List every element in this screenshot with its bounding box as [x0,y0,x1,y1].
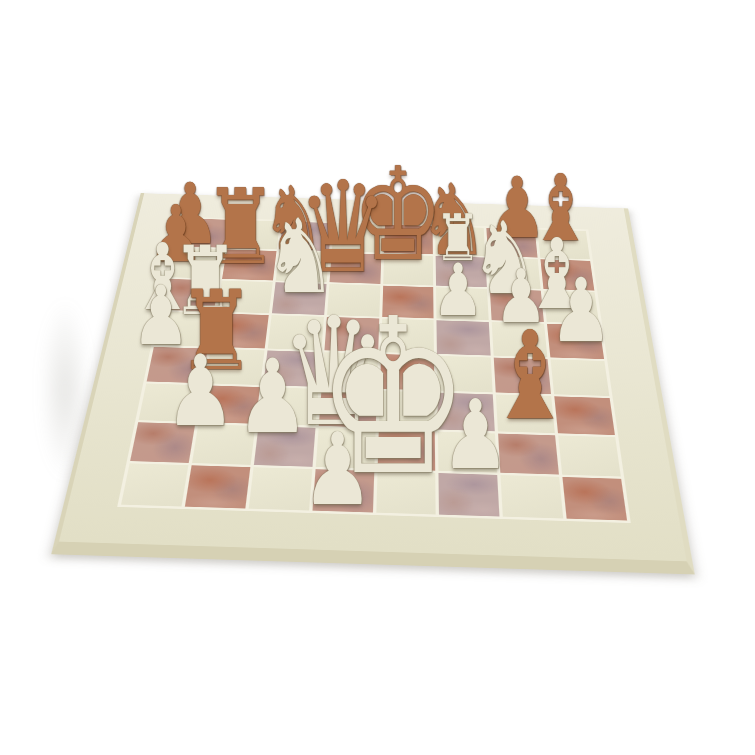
square-a5 [154,312,213,346]
square-h4 [551,359,610,396]
chess-board [51,193,695,574]
square-c4 [263,350,321,386]
square-c2 [254,426,315,467]
square-a6 [161,279,218,312]
square-c1 [248,467,312,510]
square-h5 [547,324,604,359]
square-g6 [490,289,544,322]
square-h2 [558,435,620,476]
square-f8 [436,226,486,256]
square-f4 [437,355,493,392]
square-b6 [217,281,273,314]
square-e6 [382,286,434,319]
square-d6 [327,284,380,317]
square-g4 [494,357,551,394]
square-b7 [222,250,276,281]
square-c8 [279,221,331,251]
square-d1 [312,469,374,512]
product-photo: ♟♝♟♞♞♚♜♟♜♛♞♞♝♝♜♟♟♟♟♜♝♛♟♟♚♟♟ [0,0,755,755]
square-c5 [267,315,323,350]
square-f5 [437,321,491,356]
square-g8 [487,228,538,258]
square-b5 [211,314,269,349]
square-b4 [205,348,264,384]
square-a2 [130,422,195,463]
square-d3 [318,389,376,428]
square-a8 [175,218,229,248]
square-h8 [538,229,590,259]
square-h3 [554,396,615,435]
square-e5 [381,319,435,354]
square-d8 [331,223,381,253]
chess-board-wrap [51,193,695,574]
square-f7 [436,256,487,287]
square-e1 [376,471,436,514]
square-h1 [563,477,628,521]
square-c7 [276,251,329,282]
square-d2 [315,428,375,469]
square-a4 [147,347,208,383]
square-c6 [272,282,327,315]
square-d4 [321,352,377,389]
square-g5 [492,322,547,357]
board-grid [117,217,631,523]
square-f6 [436,287,489,320]
square-g1 [501,475,564,519]
square-c3 [259,387,319,426]
square-b8 [227,220,280,250]
square-e7 [383,254,434,285]
square-f3 [438,392,495,431]
square-e8 [384,225,433,255]
square-h7 [541,259,595,290]
square-h6 [544,291,599,324]
square-a7 [168,248,224,279]
square-g2 [498,433,559,474]
square-e2 [377,430,435,471]
square-b1 [185,465,250,508]
square-d7 [329,253,381,284]
square-g7 [488,258,540,289]
square-e4 [380,354,435,391]
square-f2 [438,431,497,472]
square-b3 [199,385,260,424]
square-b2 [192,424,255,465]
square-a3 [139,383,202,421]
square-d5 [324,317,379,352]
square-f1 [439,473,500,517]
square-a1 [121,463,188,506]
square-e3 [378,391,435,430]
square-g3 [496,394,555,433]
